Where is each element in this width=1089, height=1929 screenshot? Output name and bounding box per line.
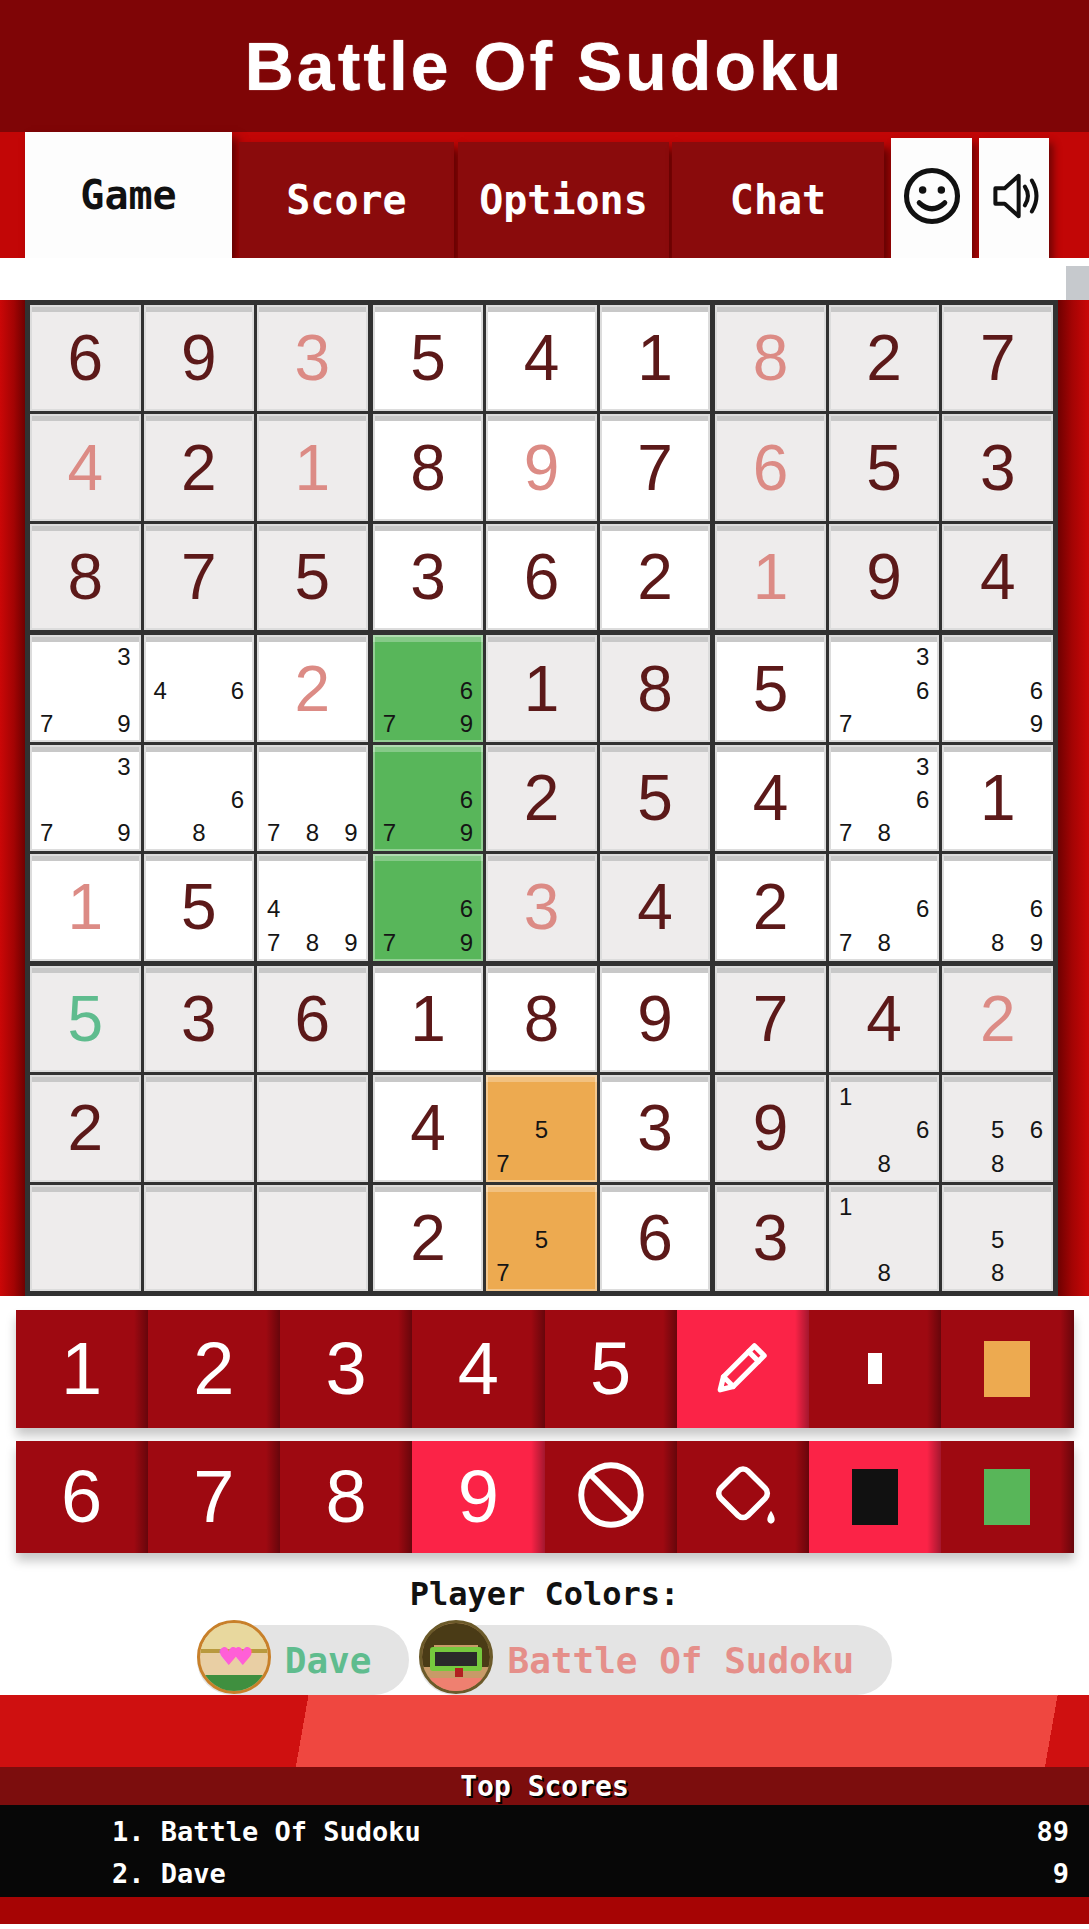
sudoku-cell-r3c8[interactable]: 9 [829, 524, 940, 630]
color-swatch-black [852, 1469, 898, 1525]
sudoku-cell-r9c9[interactable]: 58 [942, 1185, 1053, 1291]
sudoku-cell-r6c4[interactable]: 679 [373, 854, 484, 960]
cell-digit: 1 [980, 766, 1016, 830]
pencil-note: 9 [1030, 712, 1043, 736]
cell-digit: 2 [980, 987, 1016, 1051]
sudoku-cell-r9c8[interactable]: 18 [829, 1185, 940, 1291]
numpad-button-3[interactable]: 3 [280, 1310, 412, 1428]
cell-digit: 4 [410, 1096, 446, 1160]
sudoku-cell-r6c6[interactable]: 4 [600, 854, 711, 960]
board-section: 6934218755418973628276531943794623796878… [0, 300, 1089, 1296]
pencil-note: 4 [154, 679, 167, 703]
cell-digit: 4 [980, 545, 1016, 609]
sudoku-cell-r7c7[interactable]: 7 [715, 966, 826, 1072]
sudoku-cell-r7c5[interactable]: 8 [486, 966, 597, 1072]
cell-digit: 8 [637, 657, 673, 721]
sudoku-cell-r1c6[interactable]: 1 [600, 305, 711, 411]
cell-digit: 1 [410, 987, 446, 1051]
sudoku-cell-r9c2[interactable] [144, 1185, 255, 1291]
sudoku-cell-r5c7[interactable]: 4 [715, 745, 826, 851]
green-color-button[interactable] [941, 1441, 1073, 1553]
numpad-button-4[interactable]: 4 [412, 1310, 544, 1428]
pencil-note: 6 [916, 897, 929, 921]
pencil-note: 7 [267, 931, 280, 955]
pencil-note: 7 [383, 931, 396, 955]
numpad-button-7[interactable]: 7 [148, 1441, 280, 1553]
cell-digit: 4 [866, 987, 902, 1051]
score-name: Battle Of Sudoku [161, 1811, 1037, 1853]
sudoku-cell-r6c8[interactable]: 678 [829, 854, 940, 960]
eraser-button[interactable] [677, 1441, 809, 1553]
emoji-button[interactable] [891, 138, 972, 258]
tab-chat[interactable]: Chat [672, 142, 884, 258]
square-outline-icon [868, 1360, 882, 1378]
spacer [0, 258, 1089, 300]
pencil-note: 6 [1030, 679, 1043, 703]
cell-digit: 4 [753, 766, 789, 830]
pencil-note: 9 [1030, 931, 1043, 955]
sudoku-cell-r5c5[interactable]: 2 [486, 745, 597, 851]
numpad-row-1: 12345 [16, 1310, 1074, 1428]
sudoku-cell-r9c4[interactable]: 2 [373, 1185, 484, 1291]
sudoku-cell-r3c4[interactable]: 3 [373, 524, 484, 630]
sudoku-block: 693421875 [30, 305, 368, 630]
numpad-label: 4 [458, 1332, 499, 1406]
cell-digit: 7 [637, 436, 673, 500]
numpad-label: 8 [326, 1460, 367, 1534]
sudoku-cell-r2c7[interactable]: 6 [715, 414, 826, 520]
top-scores-panel: Top Scores 1. Battle Of Sudoku 89 2. Dav… [0, 1767, 1089, 1897]
scrollbar-thumb[interactable] [1066, 266, 1089, 300]
sudoku-cell-r1c8[interactable]: 2 [829, 305, 940, 411]
cell-digit: 6 [524, 545, 560, 609]
cell-digit: 3 [753, 1206, 789, 1270]
cell-digit: 1 [295, 436, 331, 500]
cell-digit: 8 [67, 545, 103, 609]
pencil-notes: 46 [144, 635, 255, 741]
sudoku-cell-r8c1[interactable]: 2 [30, 1075, 141, 1181]
sudoku-cell-r1c7[interactable]: 8 [715, 305, 826, 411]
pencil-note: 8 [877, 931, 890, 955]
avatar-shirt [200, 1675, 268, 1691]
pencil-note: 6 [460, 788, 473, 812]
numpad-row-2: 6789 [16, 1441, 1074, 1553]
pencil-note: 3 [117, 755, 130, 779]
sudoku-cell-r6c2[interactable]: 5 [144, 854, 255, 960]
cell-digit: 2 [295, 657, 331, 721]
cell-digit: 5 [181, 875, 217, 939]
cell-digit: 3 [181, 987, 217, 1051]
sudoku-block: 541897362 [373, 305, 711, 630]
sudoku-cell-r2c8[interactable]: 5 [829, 414, 940, 520]
pencil-note: 8 [306, 931, 319, 955]
top-scores-row: 2. Dave 9 [0, 1853, 1089, 1895]
right-red-strip [1058, 300, 1089, 1296]
avatar-mouth [455, 1668, 463, 1677]
cell-digit: 9 [866, 545, 902, 609]
numpad-button-8[interactable]: 8 [280, 1441, 412, 1553]
pencil-note: 7 [496, 1261, 509, 1285]
numpad-button-2[interactable]: 2 [148, 1310, 280, 1428]
pencil-notes: 69 [942, 635, 1053, 741]
cell-digit: 9 [753, 1096, 789, 1160]
sudoku-cell-r6c3[interactable]: 4789 [257, 854, 368, 960]
score-value: 89 [1036, 1811, 1069, 1853]
sudoku-cell-r2c9[interactable]: 3 [942, 414, 1053, 520]
cell-digit: 5 [866, 436, 902, 500]
player-chip-battle-of-sudoku: Battle Of Sudoku [419, 1625, 892, 1695]
pencil-note: 7 [496, 1152, 509, 1176]
sudoku-cell-r1c1[interactable]: 6 [30, 305, 141, 411]
left-red-strip [0, 300, 25, 1296]
numpad-label: 3 [326, 1332, 367, 1406]
numpad-label: 1 [61, 1332, 102, 1406]
cell-digit: 5 [295, 545, 331, 609]
sudoku-cell-r4c5[interactable]: 1 [486, 635, 597, 741]
sudoku-cell-r7c3[interactable]: 6 [257, 966, 368, 1072]
pencil-note: 8 [991, 1261, 1004, 1285]
pencil-notes: 57 [486, 1075, 597, 1181]
avatar-hair [422, 1623, 490, 1645]
pencil-notes: 68 [144, 745, 255, 851]
pencil-note: 9 [460, 712, 473, 736]
top-scores-row: 1. Battle Of Sudoku 89 [0, 1811, 1089, 1853]
pencil-note: 8 [877, 1261, 890, 1285]
sudoku-cell-r1c9[interactable]: 7 [942, 305, 1053, 411]
score-name: Dave [161, 1853, 1053, 1895]
pencil-note: 9 [344, 931, 357, 955]
numpad-label: 7 [193, 1460, 234, 1534]
sudoku-cell-r4c9[interactable]: 69 [942, 635, 1053, 741]
tab-options[interactable]: Options [458, 142, 669, 258]
square-outline-button[interactable] [809, 1310, 941, 1428]
sudoku-cell-r2c1[interactable]: 4 [30, 414, 141, 520]
pencil-icon [704, 1328, 782, 1410]
sudoku-cell-r9c3[interactable] [257, 1185, 368, 1291]
sudoku-cell-r5c8[interactable]: 3678 [829, 745, 940, 851]
cell-digit: 3 [295, 326, 331, 390]
pencil-note: 6 [916, 679, 929, 703]
sudoku-cell-r5c3[interactable]: 789 [257, 745, 368, 851]
cell-digit: 2 [67, 1096, 103, 1160]
cell-digit: 7 [753, 987, 789, 1051]
pencil-note: 9 [460, 931, 473, 955]
sudoku-cell-r2c3[interactable]: 1 [257, 414, 368, 520]
pencil-note: 8 [991, 1152, 1004, 1176]
main-area: 6934218755418973628276531943794623796878… [0, 258, 1089, 1695]
sudoku-cell-r8c9[interactable]: 568 [942, 1075, 1053, 1181]
tab-bar: Game Score Options Chat [0, 132, 1089, 258]
app-title: Battle Of Sudoku [245, 27, 845, 105]
pencil-note: 8 [306, 821, 319, 845]
cell-digit: 1 [524, 657, 560, 721]
score-rank: 2. [112, 1853, 145, 1895]
sudoku-cell-r3c9[interactable]: 4 [942, 524, 1053, 630]
pencil-note: 8 [991, 931, 1004, 955]
sudoku-block: 18945732576 [373, 966, 711, 1291]
black-color-button[interactable] [809, 1441, 941, 1553]
cell-digit: 6 [67, 326, 103, 390]
pencil-note: 8 [877, 1152, 890, 1176]
sudoku-cell-r8c5[interactable]: 57 [486, 1075, 597, 1181]
cell-digit: 5 [410, 326, 446, 390]
sudoku-cell-r5c6[interactable]: 5 [600, 745, 711, 851]
pencil-note: 6 [1030, 897, 1043, 921]
pencil-note: 7 [40, 821, 53, 845]
numpad-label: 5 [590, 1332, 631, 1406]
pencil-notes: 689 [942, 854, 1053, 960]
cell-digit: 2 [410, 1206, 446, 1270]
pencil-note: 9 [117, 821, 130, 845]
sudoku-cell-r7c9[interactable]: 2 [942, 966, 1053, 1072]
pencil-note: 1 [839, 1085, 852, 1109]
cell-digit: 9 [524, 436, 560, 500]
score-rank: 1. [112, 1811, 145, 1853]
player-avatar-battle [419, 1620, 493, 1694]
sudoku-cell-r8c7[interactable]: 9 [715, 1075, 826, 1181]
square-outline-shape [868, 1353, 882, 1384]
pencil-note: 6 [231, 788, 244, 812]
sudoku-cell-r2c2[interactable]: 2 [144, 414, 255, 520]
sudoku-cell-r2c4[interactable]: 8 [373, 414, 484, 520]
sudoku-cell-r9c7[interactable]: 3 [715, 1185, 826, 1291]
sudoku-cell-r9c6[interactable]: 6 [600, 1185, 711, 1291]
sudoku-cell-r6c7[interactable]: 2 [715, 854, 826, 960]
cell-digit: 6 [637, 1206, 673, 1270]
sudoku-cell-r6c5[interactable]: 3 [486, 854, 597, 960]
pencil-note: 9 [460, 821, 473, 845]
cell-digit: 4 [67, 436, 103, 500]
sudoku-cell-r7c2[interactable]: 3 [144, 966, 255, 1072]
sudoku-block: 679186792567934 [373, 635, 711, 960]
sudoku-cell-r8c8[interactable]: 168 [829, 1075, 940, 1181]
pencil-notes: 678 [829, 854, 940, 960]
sudoku-block: 827653194 [715, 305, 1053, 630]
cell-digit: 2 [753, 875, 789, 939]
sudoku-cell-r4c3[interactable]: 2 [257, 635, 368, 741]
sudoku-cell-r8c2[interactable] [144, 1075, 255, 1181]
numpad-label: 6 [61, 1460, 102, 1534]
sudoku-cell-r6c1[interactable]: 1 [30, 854, 141, 960]
no-entry-icon [569, 1453, 653, 1541]
sudoku-cell-r9c1[interactable] [30, 1185, 141, 1291]
cell-digit: 7 [181, 545, 217, 609]
bottom-red-band [0, 1897, 1089, 1924]
pencil-note: 3 [916, 645, 929, 669]
cell-digit: 2 [637, 545, 673, 609]
cell-digit: 9 [637, 987, 673, 1051]
pencil-note: 6 [231, 679, 244, 703]
speaker-icon [983, 165, 1045, 231]
pencil-note: 5 [991, 1228, 1004, 1252]
sudoku-cell-r1c3[interactable]: 3 [257, 305, 368, 411]
sudoku-cell-r7c8[interactable]: 4 [829, 966, 940, 1072]
sudoku-cell-r1c5[interactable]: 4 [486, 305, 597, 411]
pencil-notes: 367 [829, 635, 940, 741]
pencil-note: 6 [916, 1118, 929, 1142]
player-name: Battle Of Sudoku [507, 1640, 854, 1681]
pencil-note: 3 [916, 755, 929, 779]
pencil-note: 7 [267, 821, 280, 845]
sudoku-cell-r1c4[interactable]: 5 [373, 305, 484, 411]
sudoku-cell-r4c2[interactable]: 46 [144, 635, 255, 741]
pencil-note: 7 [839, 712, 852, 736]
pencil-notes: 57 [486, 1185, 597, 1291]
pencil-notes: 568 [942, 1075, 1053, 1181]
sudoku-cell-r7c6[interactable]: 9 [600, 966, 711, 1072]
pencil-notes: 58 [942, 1185, 1053, 1291]
sudoku-cell-r3c3[interactable]: 5 [257, 524, 368, 630]
cell-digit: 5 [753, 657, 789, 721]
player-chips: ♥♥ Dave Battle Of Sudoku [0, 1625, 1089, 1695]
player-chip-dave: ♥♥ Dave [197, 1625, 410, 1695]
sudoku-cell-r3c1[interactable]: 8 [30, 524, 141, 630]
numpad-button-9[interactable]: 9 [412, 1441, 544, 1553]
cell-digit: 3 [524, 875, 560, 939]
sudoku-cell-r5c9[interactable]: 1 [942, 745, 1053, 851]
cell-digit: 2 [524, 766, 560, 830]
sudoku-cell-r3c2[interactable]: 7 [144, 524, 255, 630]
cell-digit: 8 [524, 987, 560, 1051]
cell-digit: 2 [181, 436, 217, 500]
eraser-icon [701, 1453, 785, 1541]
color-swatch-orange [984, 1341, 1030, 1397]
pencil-notes: 679 [373, 745, 484, 851]
sudoku-cell-r3c7[interactable]: 1 [715, 524, 826, 630]
player-colors-label: Player Colors: [0, 1575, 1089, 1613]
sudoku-cell-r5c4[interactable]: 679 [373, 745, 484, 851]
pencil-note: 6 [460, 679, 473, 703]
pencil-button[interactable] [677, 1310, 809, 1428]
sudoku-cell-r8c3[interactable] [257, 1075, 368, 1181]
pencil-note: 7 [383, 712, 396, 736]
sudoku-block: 37946237968789154789 [30, 635, 368, 960]
smiley-icon [898, 162, 966, 234]
pencil-notes: 789 [257, 745, 368, 851]
cell-digit: 6 [753, 436, 789, 500]
pencil-note: 8 [192, 821, 205, 845]
numpad-label: 2 [193, 1332, 234, 1406]
sound-button[interactable] [979, 138, 1049, 258]
pencil-note: 9 [117, 712, 130, 736]
cell-digit: 8 [410, 436, 446, 500]
cell-digit: 5 [637, 766, 673, 830]
sudoku-cell-r3c6[interactable]: 2 [600, 524, 711, 630]
tab-game[interactable]: Game [25, 132, 232, 258]
sudoku-cell-r8c4[interactable]: 4 [373, 1075, 484, 1181]
cell-digit: 4 [637, 875, 673, 939]
cell-digit: 1 [753, 545, 789, 609]
pencil-notes: 3678 [829, 745, 940, 851]
player-name: Dave [285, 1640, 372, 1681]
pencil-note: 9 [344, 821, 357, 845]
sudoku-cell-r4c1[interactable]: 379 [30, 635, 141, 741]
sudoku-block: 5362 [30, 966, 368, 1291]
pencil-note: 4 [267, 897, 280, 921]
pencil-note: 3 [117, 645, 130, 669]
pencil-note: 5 [535, 1118, 548, 1142]
red-banner [0, 1695, 1089, 1767]
pencil-note: 5 [535, 1228, 548, 1252]
tab-score[interactable]: Score [239, 142, 454, 258]
cell-digit: 7 [980, 326, 1016, 390]
cell-digit: 2 [866, 326, 902, 390]
sudoku-cell-r4c7[interactable]: 5 [715, 635, 826, 741]
page: Battle Of Sudoku Game Score Options Chat… [0, 0, 1089, 1929]
pencil-note: 6 [1030, 1118, 1043, 1142]
sudoku-cell-r5c1[interactable]: 379 [30, 745, 141, 851]
pencil-notes: 4789 [257, 854, 368, 960]
no-entry-button[interactable] [545, 1441, 677, 1553]
cell-digit: 9 [181, 326, 217, 390]
pencil-note: 7 [839, 821, 852, 845]
sudoku-cell-r8c6[interactable]: 3 [600, 1075, 711, 1181]
cell-digit: 3 [980, 436, 1016, 500]
app-header: Battle Of Sudoku [0, 0, 1089, 132]
sudoku-cell-r4c8[interactable]: 367 [829, 635, 940, 741]
top-scores-list: 1. Battle Of Sudoku 89 2. Dave 9 [0, 1805, 1089, 1897]
sudoku-cell-r7c4[interactable]: 1 [373, 966, 484, 1072]
cell-digit: 6 [295, 987, 331, 1051]
numpad-button-6[interactable]: 6 [16, 1441, 148, 1553]
cell-digit: 5 [67, 987, 103, 1051]
sudoku-cell-r3c5[interactable]: 6 [486, 524, 597, 630]
score-value: 9 [1053, 1853, 1069, 1895]
color-swatch-green [984, 1469, 1030, 1525]
cell-digit: 1 [67, 875, 103, 939]
player-avatar-dave: ♥♥ [197, 1620, 271, 1694]
pencil-notes: 18 [829, 1185, 940, 1291]
cell-digit: 4 [524, 326, 560, 390]
sudoku-cell-r2c5[interactable]: 9 [486, 414, 597, 520]
pencil-note: 6 [916, 788, 929, 812]
pencil-notes: 168 [829, 1075, 940, 1181]
sudoku-cell-r4c6[interactable]: 8 [600, 635, 711, 741]
pencil-notes: 379 [30, 745, 141, 851]
cell-digit: 3 [637, 1096, 673, 1160]
cell-digit: 8 [753, 326, 789, 390]
sudoku-cell-r2c6[interactable]: 7 [600, 414, 711, 520]
top-scores-title: Top Scores [0, 1767, 1089, 1805]
sudoku-cell-r9c5[interactable]: 57 [486, 1185, 597, 1291]
pencil-note: 7 [839, 931, 852, 955]
numpad-button-5[interactable]: 5 [545, 1310, 677, 1428]
sudoku-cell-r6c9[interactable]: 689 [942, 854, 1053, 960]
sudoku-block: 5367694367812678689 [715, 635, 1053, 960]
pencil-note: 1 [839, 1195, 852, 1219]
sudoku-board: 6934218755418973628276531943794623796878… [25, 300, 1058, 1296]
cell-digit: 1 [637, 326, 673, 390]
avatar-shirt [422, 1678, 490, 1691]
pencil-notes: 679 [373, 635, 484, 741]
sudoku-block: 742916856831858 [715, 966, 1053, 1291]
pencil-note: 7 [40, 712, 53, 736]
pencil-note: 5 [991, 1118, 1004, 1142]
sudoku-cell-r7c1[interactable]: 5 [30, 966, 141, 1072]
pencil-notes: 379 [30, 635, 141, 741]
numpad-button-1[interactable]: 1 [16, 1310, 148, 1428]
pencil-notes: 679 [373, 854, 484, 960]
heart-glasses-icon: ♥♥ [200, 1639, 268, 1674]
sudoku-cell-r1c2[interactable]: 9 [144, 305, 255, 411]
sudoku-cell-r5c2[interactable]: 68 [144, 745, 255, 851]
cell-digit: 3 [410, 545, 446, 609]
pencil-note: 8 [877, 821, 890, 845]
pencil-note: 6 [460, 897, 473, 921]
sudoku-cell-r4c4[interactable]: 679 [373, 635, 484, 741]
pencil-note: 7 [383, 821, 396, 845]
orange-color-button[interactable] [941, 1310, 1073, 1428]
